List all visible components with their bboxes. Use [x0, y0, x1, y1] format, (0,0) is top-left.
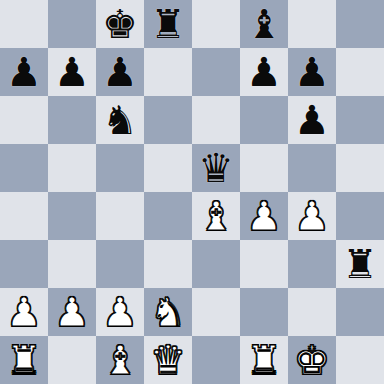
square-g2[interactable] — [288, 288, 336, 336]
square-d5[interactable] — [144, 144, 192, 192]
white-pawn[interactable]: ♟ — [246, 192, 282, 240]
square-f6[interactable] — [240, 96, 288, 144]
square-e8[interactable] — [192, 0, 240, 48]
square-c1[interactable]: ♝ — [96, 336, 144, 384]
square-h4[interactable] — [336, 192, 384, 240]
square-c2[interactable]: ♟ — [96, 288, 144, 336]
black-pawn[interactable]: ♟ — [54, 48, 90, 96]
white-pawn[interactable]: ♟ — [294, 192, 330, 240]
black-king[interactable]: ♚ — [102, 0, 138, 48]
square-b1[interactable] — [48, 336, 96, 384]
square-d6[interactable] — [144, 96, 192, 144]
chess-board: ♚♜♝♟♟♟♟♟♞♟♛♝♟♟♜♟♟♟♞♜♝♛♜♚ — [0, 0, 384, 384]
square-c7[interactable]: ♟ — [96, 48, 144, 96]
square-g8[interactable] — [288, 0, 336, 48]
black-bishop[interactable]: ♝ — [246, 0, 282, 48]
square-d4[interactable] — [144, 192, 192, 240]
square-b2[interactable]: ♟ — [48, 288, 96, 336]
square-c5[interactable] — [96, 144, 144, 192]
square-e3[interactable] — [192, 240, 240, 288]
square-f2[interactable] — [240, 288, 288, 336]
square-c3[interactable] — [96, 240, 144, 288]
square-h1[interactable] — [336, 336, 384, 384]
white-pawn[interactable]: ♟ — [54, 288, 90, 336]
square-a5[interactable] — [0, 144, 48, 192]
square-a8[interactable] — [0, 0, 48, 48]
square-c4[interactable] — [96, 192, 144, 240]
square-g1[interactable]: ♚ — [288, 336, 336, 384]
black-pawn[interactable]: ♟ — [294, 48, 330, 96]
black-pawn[interactable]: ♟ — [294, 96, 330, 144]
square-b5[interactable] — [48, 144, 96, 192]
square-a2[interactable]: ♟ — [0, 288, 48, 336]
white-pawn[interactable]: ♟ — [102, 288, 138, 336]
black-knight[interactable]: ♞ — [102, 96, 138, 144]
square-f1[interactable]: ♜ — [240, 336, 288, 384]
square-h5[interactable] — [336, 144, 384, 192]
black-pawn[interactable]: ♟ — [246, 48, 282, 96]
square-d3[interactable] — [144, 240, 192, 288]
square-f4[interactable]: ♟ — [240, 192, 288, 240]
black-pawn[interactable]: ♟ — [6, 48, 42, 96]
square-b7[interactable]: ♟ — [48, 48, 96, 96]
white-rook[interactable]: ♜ — [246, 336, 282, 384]
square-e1[interactable] — [192, 336, 240, 384]
white-pawn[interactable]: ♟ — [6, 288, 42, 336]
square-d1[interactable]: ♛ — [144, 336, 192, 384]
square-a1[interactable]: ♜ — [0, 336, 48, 384]
black-rook[interactable]: ♜ — [150, 0, 186, 48]
square-f8[interactable]: ♝ — [240, 0, 288, 48]
square-h6[interactable] — [336, 96, 384, 144]
square-g3[interactable] — [288, 240, 336, 288]
square-g6[interactable]: ♟ — [288, 96, 336, 144]
square-a3[interactable] — [0, 240, 48, 288]
square-b4[interactable] — [48, 192, 96, 240]
square-d2[interactable]: ♞ — [144, 288, 192, 336]
square-e7[interactable] — [192, 48, 240, 96]
square-b8[interactable] — [48, 0, 96, 48]
square-a4[interactable] — [0, 192, 48, 240]
square-d7[interactable] — [144, 48, 192, 96]
square-g4[interactable]: ♟ — [288, 192, 336, 240]
black-rook[interactable]: ♜ — [342, 240, 378, 288]
square-a7[interactable]: ♟ — [0, 48, 48, 96]
square-a6[interactable] — [0, 96, 48, 144]
white-bishop[interactable]: ♝ — [102, 336, 138, 384]
square-g5[interactable] — [288, 144, 336, 192]
black-pawn[interactable]: ♟ — [102, 48, 138, 96]
square-e2[interactable] — [192, 288, 240, 336]
square-e5[interactable]: ♛ — [192, 144, 240, 192]
white-queen[interactable]: ♛ — [150, 336, 186, 384]
white-knight[interactable]: ♞ — [150, 288, 186, 336]
square-h2[interactable] — [336, 288, 384, 336]
square-e6[interactable] — [192, 96, 240, 144]
square-c8[interactable]: ♚ — [96, 0, 144, 48]
white-king[interactable]: ♚ — [294, 336, 330, 384]
square-h3[interactable]: ♜ — [336, 240, 384, 288]
square-g7[interactable]: ♟ — [288, 48, 336, 96]
white-rook[interactable]: ♜ — [6, 336, 42, 384]
black-queen[interactable]: ♛ — [198, 144, 234, 192]
white-bishop[interactable]: ♝ — [198, 192, 234, 240]
square-b6[interactable] — [48, 96, 96, 144]
square-e4[interactable]: ♝ — [192, 192, 240, 240]
square-f3[interactable] — [240, 240, 288, 288]
square-b3[interactable] — [48, 240, 96, 288]
square-h7[interactable] — [336, 48, 384, 96]
square-h8[interactable] — [336, 0, 384, 48]
square-c6[interactable]: ♞ — [96, 96, 144, 144]
square-d8[interactable]: ♜ — [144, 0, 192, 48]
square-f7[interactable]: ♟ — [240, 48, 288, 96]
square-f5[interactable] — [240, 144, 288, 192]
